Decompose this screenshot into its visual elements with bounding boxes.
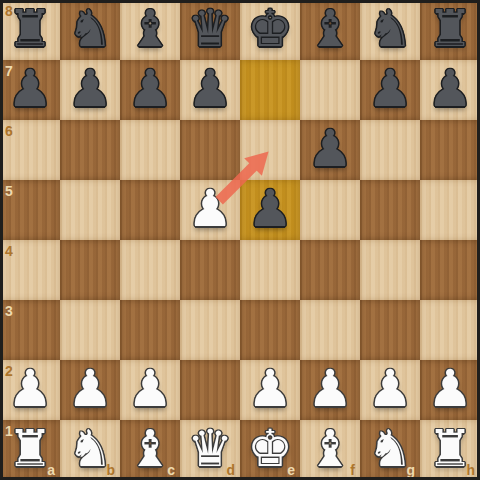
square-e7[interactable]: [240, 60, 300, 120]
square-f2[interactable]: ♟: [300, 360, 360, 420]
file-label-b: b: [106, 462, 115, 478]
square-h4[interactable]: [420, 240, 480, 300]
file-label-g: g: [406, 462, 415, 478]
square-e1[interactable]: e♚: [240, 420, 300, 480]
piece-black-knight[interactable]: ♞: [60, 0, 120, 60]
piece-black-pawn[interactable]: ♟: [420, 60, 480, 120]
piece-black-pawn[interactable]: ♟: [60, 60, 120, 120]
square-b6[interactable]: [60, 120, 120, 180]
file-label-h: h: [466, 462, 475, 478]
piece-black-pawn[interactable]: ♟: [180, 60, 240, 120]
file-label-e: e: [287, 462, 295, 478]
file-label-c: c: [167, 462, 175, 478]
rank-label-8: 8: [5, 3, 13, 19]
square-f3[interactable]: [300, 300, 360, 360]
piece-white-pawn[interactable]: ♟: [120, 360, 180, 420]
square-e2[interactable]: ♟: [240, 360, 300, 420]
square-f7[interactable]: [300, 60, 360, 120]
file-label-d: d: [226, 462, 235, 478]
square-d1[interactable]: d♛: [180, 420, 240, 480]
piece-black-pawn[interactable]: ♟: [240, 180, 300, 240]
square-e6[interactable]: [240, 120, 300, 180]
rank-label-6: 6: [5, 123, 13, 139]
square-a1[interactable]: 1a♜: [0, 420, 60, 480]
square-g5[interactable]: [360, 180, 420, 240]
square-c3[interactable]: [120, 300, 180, 360]
piece-white-pawn[interactable]: ♟: [360, 360, 420, 420]
square-d8[interactable]: ♛: [180, 0, 240, 60]
square-f1[interactable]: f♝: [300, 420, 360, 480]
piece-white-pawn[interactable]: ♟: [420, 360, 480, 420]
square-h7[interactable]: ♟: [420, 60, 480, 120]
rank-label-2: 2: [5, 363, 13, 379]
square-b8[interactable]: ♞: [60, 0, 120, 60]
square-c8[interactable]: ♝: [120, 0, 180, 60]
square-h2[interactable]: ♟: [420, 360, 480, 420]
rank-label-3: 3: [5, 303, 13, 319]
square-g1[interactable]: g♞: [360, 420, 420, 480]
square-d6[interactable]: [180, 120, 240, 180]
piece-black-queen[interactable]: ♛: [180, 0, 240, 60]
square-h8[interactable]: ♜: [420, 0, 480, 60]
square-g4[interactable]: [360, 240, 420, 300]
square-c1[interactable]: c♝: [120, 420, 180, 480]
rank-label-1: 1: [5, 423, 13, 439]
square-g3[interactable]: [360, 300, 420, 360]
square-e5[interactable]: ♟: [240, 180, 300, 240]
square-c7[interactable]: ♟: [120, 60, 180, 120]
square-c4[interactable]: [120, 240, 180, 300]
square-a4[interactable]: 4: [0, 240, 60, 300]
piece-black-pawn[interactable]: ♟: [120, 60, 180, 120]
square-g7[interactable]: ♟: [360, 60, 420, 120]
rank-label-5: 5: [5, 183, 13, 199]
piece-black-pawn[interactable]: ♟: [300, 120, 360, 180]
square-b5[interactable]: [60, 180, 120, 240]
piece-white-pawn[interactable]: ♟: [300, 360, 360, 420]
piece-white-pawn[interactable]: ♟: [180, 180, 240, 240]
square-g8[interactable]: ♞: [360, 0, 420, 60]
square-d3[interactable]: [180, 300, 240, 360]
square-b1[interactable]: b♞: [60, 420, 120, 480]
piece-black-rook[interactable]: ♜: [420, 0, 480, 60]
square-h3[interactable]: [420, 300, 480, 360]
square-d5[interactable]: ♟: [180, 180, 240, 240]
square-a2[interactable]: 2♟: [0, 360, 60, 420]
square-g2[interactable]: ♟: [360, 360, 420, 420]
piece-white-pawn[interactable]: ♟: [60, 360, 120, 420]
square-c2[interactable]: ♟: [120, 360, 180, 420]
square-e8[interactable]: ♚: [240, 0, 300, 60]
square-f5[interactable]: [300, 180, 360, 240]
square-d2[interactable]: [180, 360, 240, 420]
square-g6[interactable]: [360, 120, 420, 180]
square-c6[interactable]: [120, 120, 180, 180]
square-a6[interactable]: 6: [0, 120, 60, 180]
rank-label-4: 4: [5, 243, 13, 259]
piece-black-king[interactable]: ♚: [240, 0, 300, 60]
piece-white-pawn[interactable]: ♟: [240, 360, 300, 420]
square-b3[interactable]: [60, 300, 120, 360]
square-c5[interactable]: [120, 180, 180, 240]
file-label-a: a: [47, 462, 55, 478]
square-h6[interactable]: [420, 120, 480, 180]
square-h1[interactable]: h♜: [420, 420, 480, 480]
square-d4[interactable]: [180, 240, 240, 300]
square-b7[interactable]: ♟: [60, 60, 120, 120]
square-b2[interactable]: ♟: [60, 360, 120, 420]
square-a3[interactable]: 3: [0, 300, 60, 360]
square-f8[interactable]: ♝: [300, 0, 360, 60]
piece-black-pawn[interactable]: ♟: [360, 60, 420, 120]
square-f4[interactable]: [300, 240, 360, 300]
file-label-f: f: [350, 462, 355, 478]
piece-black-knight[interactable]: ♞: [360, 0, 420, 60]
square-a7[interactable]: 7♟: [0, 60, 60, 120]
piece-black-bishop[interactable]: ♝: [120, 0, 180, 60]
square-a5[interactable]: 5: [0, 180, 60, 240]
square-e3[interactable]: [240, 300, 300, 360]
square-f6[interactable]: ♟: [300, 120, 360, 180]
chess-board: 8♜♞♝♛♚♝♞♜7♟♟♟♟♟♟6♟5♟♟432♟♟♟♟♟♟♟1a♜b♞c♝d♛…: [0, 0, 480, 480]
square-d7[interactable]: ♟: [180, 60, 240, 120]
piece-black-bishop[interactable]: ♝: [300, 0, 360, 60]
square-e4[interactable]: [240, 240, 300, 300]
rank-label-7: 7: [5, 63, 13, 79]
square-b4[interactable]: [60, 240, 120, 300]
square-a8[interactable]: 8♜: [0, 0, 60, 60]
square-h5[interactable]: [420, 180, 480, 240]
